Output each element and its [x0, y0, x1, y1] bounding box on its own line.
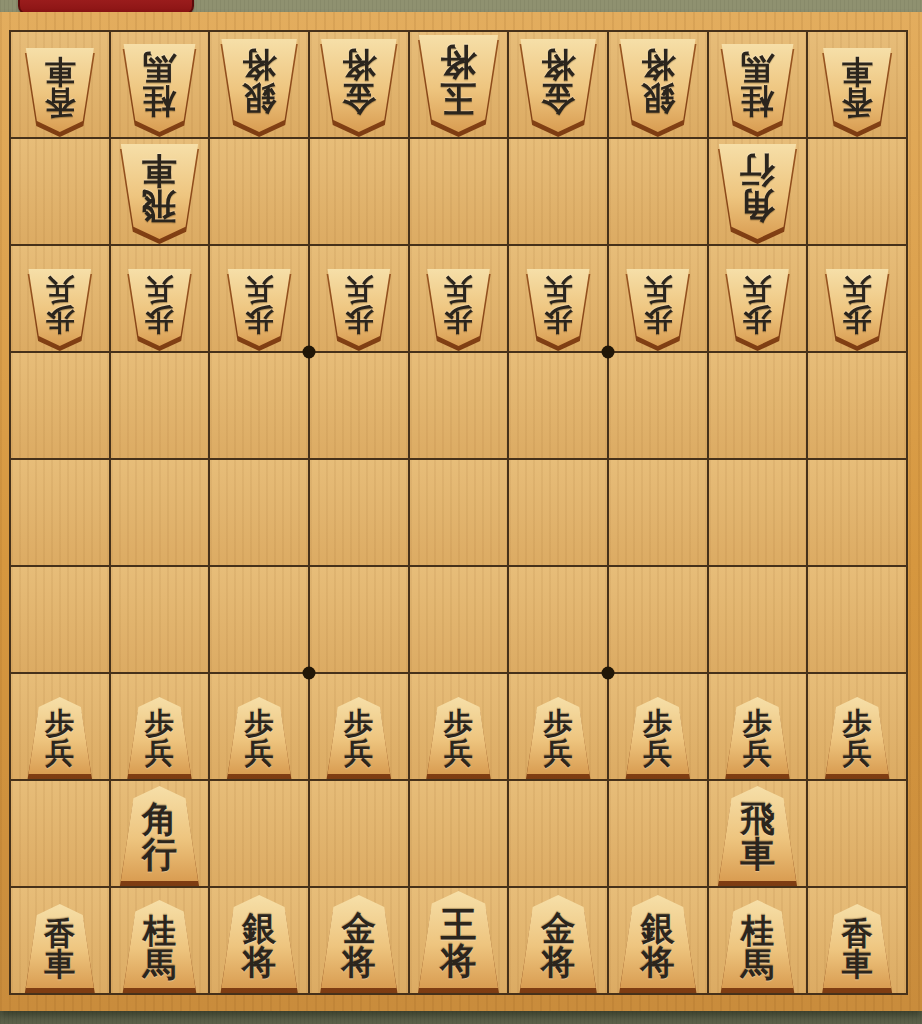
- board-cell[interactable]: [410, 460, 508, 565]
- board-cell[interactable]: 香車: [808, 32, 906, 137]
- board-cell[interactable]: [11, 460, 109, 565]
- board-cell[interactable]: [310, 139, 408, 244]
- piece-kanji: 歩兵: [524, 269, 592, 346]
- board-cell[interactable]: 銀将: [609, 32, 707, 137]
- shogi-piece[interactable]: 歩兵: [524, 697, 592, 774]
- board-cell[interactable]: 歩兵: [410, 674, 508, 779]
- board-cell[interactable]: [11, 567, 109, 672]
- board-cell[interactable]: [11, 139, 109, 244]
- board-cell[interactable]: [808, 460, 906, 565]
- shogi-piece[interactable]: 王将: [415, 891, 501, 988]
- shogi-piece[interactable]: 歩兵: [325, 697, 393, 774]
- shogi-piece[interactable]: 銀将: [617, 895, 699, 988]
- board-cell[interactable]: 角行: [111, 781, 209, 886]
- board-cell[interactable]: 歩兵: [111, 674, 209, 779]
- board-cell[interactable]: [210, 139, 308, 244]
- board-cell[interactable]: [808, 139, 906, 244]
- shogi-piece[interactable]: 歩兵: [723, 697, 791, 774]
- piece-kanji: 桂馬: [718, 900, 796, 988]
- shogi-board-grid: 香車桂馬銀将金将玉将金将銀将桂馬香車飛車角行歩兵歩兵歩兵歩兵歩兵歩兵歩兵歩兵歩兵…: [9, 30, 908, 995]
- board-cell[interactable]: [111, 567, 209, 672]
- board-cell[interactable]: [410, 781, 508, 886]
- board-cell[interactable]: [509, 139, 607, 244]
- board-cell[interactable]: 飛車: [111, 139, 209, 244]
- shogi-piece[interactable]: 角行: [117, 786, 201, 881]
- board-cell[interactable]: [509, 567, 607, 672]
- shogi-piece[interactable]: 香車: [820, 48, 894, 132]
- shogi-piece[interactable]: 桂馬: [718, 44, 796, 132]
- piece-kanji: 角行: [117, 786, 201, 881]
- board-cell[interactable]: [509, 781, 607, 886]
- board-cell[interactable]: [709, 567, 807, 672]
- board-cell[interactable]: [310, 460, 408, 565]
- star-point: [302, 667, 315, 680]
- board-cell[interactable]: [11, 353, 109, 458]
- board-cell[interactable]: 歩兵: [310, 674, 408, 779]
- board-cell[interactable]: [310, 567, 408, 672]
- piece-kanji: 飛車: [117, 144, 201, 239]
- board-cell[interactable]: 香車: [11, 888, 109, 993]
- board-cell[interactable]: [609, 781, 707, 886]
- shogi-piece[interactable]: 歩兵: [26, 269, 94, 346]
- shogi-piece[interactable]: 金将: [318, 39, 400, 132]
- shogi-piece[interactable]: 銀将: [218, 39, 300, 132]
- board-cell[interactable]: [210, 567, 308, 672]
- piece-kanji: 香車: [23, 48, 97, 132]
- shogi-piece[interactable]: 玉将: [415, 35, 501, 132]
- board-cell[interactable]: [111, 353, 209, 458]
- shogi-piece[interactable]: 歩兵: [823, 697, 891, 774]
- board-cell[interactable]: 歩兵: [609, 674, 707, 779]
- shogi-piece[interactable]: 歩兵: [125, 269, 193, 346]
- board-cell[interactable]: 歩兵: [709, 674, 807, 779]
- piece-kanji: 香車: [23, 904, 97, 988]
- star-point: [602, 345, 615, 358]
- piece-kanji: 歩兵: [26, 697, 94, 774]
- piece-kanji: 金将: [318, 895, 400, 988]
- shogi-piece[interactable]: 桂馬: [718, 900, 796, 988]
- shogi-piece[interactable]: 歩兵: [424, 697, 492, 774]
- board-cell[interactable]: [410, 139, 508, 244]
- piece-kanji: 歩兵: [325, 269, 393, 346]
- piece-kanji: 桂馬: [120, 900, 198, 988]
- shogi-piece[interactable]: 飛車: [715, 786, 799, 881]
- board-cell[interactable]: 玉将: [410, 32, 508, 137]
- piece-kanji: 歩兵: [823, 269, 891, 346]
- shogi-app-screen: 香車桂馬銀将金将玉将金将銀将桂馬香車飛車角行歩兵歩兵歩兵歩兵歩兵歩兵歩兵歩兵歩兵…: [0, 0, 922, 1024]
- star-point: [602, 667, 615, 680]
- board-cell[interactable]: 歩兵: [808, 246, 906, 351]
- shogi-piece[interactable]: 飛車: [117, 144, 201, 239]
- board-cell[interactable]: [609, 567, 707, 672]
- shogi-piece[interactable]: 桂馬: [120, 900, 198, 988]
- board-cell[interactable]: 歩兵: [111, 246, 209, 351]
- piece-kanji: 歩兵: [823, 697, 891, 774]
- board-cell[interactable]: [509, 460, 607, 565]
- piece-kanji: 歩兵: [424, 269, 492, 346]
- board-cell[interactable]: [808, 567, 906, 672]
- board-cell[interactable]: [210, 781, 308, 886]
- shogi-piece[interactable]: 桂馬: [120, 44, 198, 132]
- piece-kanji: 歩兵: [624, 697, 692, 774]
- board-cell[interactable]: [808, 781, 906, 886]
- board-cell[interactable]: 歩兵: [410, 246, 508, 351]
- board-cell[interactable]: 銀将: [210, 888, 308, 993]
- board-cell[interactable]: 桂馬: [111, 32, 209, 137]
- board-cell[interactable]: 歩兵: [609, 246, 707, 351]
- board-cell[interactable]: 歩兵: [509, 246, 607, 351]
- piece-kanji: 飛車: [715, 786, 799, 881]
- board-cell[interactable]: [509, 353, 607, 458]
- shogi-piece[interactable]: 歩兵: [723, 269, 791, 346]
- board-cell[interactable]: [709, 460, 807, 565]
- piece-kanji: 歩兵: [624, 269, 692, 346]
- board-cell[interactable]: 歩兵: [310, 246, 408, 351]
- shogi-piece[interactable]: 歩兵: [325, 269, 393, 346]
- board-cell[interactable]: [310, 781, 408, 886]
- board-cell[interactable]: 歩兵: [210, 246, 308, 351]
- piece-kanji: 歩兵: [524, 697, 592, 774]
- board-cell[interactable]: [210, 460, 308, 565]
- shogi-piece[interactable]: 歩兵: [624, 269, 692, 346]
- board-cell[interactable]: [808, 353, 906, 458]
- board-cell[interactable]: 銀将: [210, 32, 308, 137]
- piece-kanji: 王将: [415, 891, 501, 988]
- board-cell[interactable]: 歩兵: [808, 674, 906, 779]
- shogi-piece[interactable]: 歩兵: [424, 269, 492, 346]
- shogi-piece[interactable]: 香車: [23, 48, 97, 132]
- star-point: [302, 345, 315, 358]
- piece-kanji: 金将: [517, 895, 599, 988]
- board-cell[interactable]: [310, 353, 408, 458]
- board-cell[interactable]: [11, 781, 109, 886]
- shogi-piece[interactable]: 歩兵: [823, 269, 891, 346]
- board-cell[interactable]: 金将: [509, 32, 607, 137]
- board-cell[interactable]: 歩兵: [11, 674, 109, 779]
- board-cell[interactable]: 王将: [410, 888, 508, 993]
- piece-kanji: 桂馬: [718, 44, 796, 132]
- board-cell[interactable]: 桂馬: [111, 888, 209, 993]
- shogi-piece[interactable]: 歩兵: [524, 269, 592, 346]
- board-cell[interactable]: [210, 353, 308, 458]
- board-cell[interactable]: [609, 139, 707, 244]
- piece-kanji: 桂馬: [120, 44, 198, 132]
- piece-kanji: 歩兵: [225, 269, 293, 346]
- board-cell[interactable]: 角行: [709, 139, 807, 244]
- shogi-piece[interactable]: 香車: [23, 904, 97, 988]
- board-cell[interactable]: [111, 460, 209, 565]
- shogi-piece[interactable]: 金将: [517, 39, 599, 132]
- shogi-board: 香車桂馬銀将金将玉将金将銀将桂馬香車飛車角行歩兵歩兵歩兵歩兵歩兵歩兵歩兵歩兵歩兵…: [9, 30, 908, 995]
- piece-kanji: 銀将: [218, 39, 300, 132]
- shogi-piece[interactable]: 銀将: [617, 39, 699, 132]
- board-cell[interactable]: 香車: [11, 32, 109, 137]
- piece-kanji: 玉将: [415, 35, 501, 132]
- shogi-piece[interactable]: 銀将: [218, 895, 300, 988]
- piece-kanji: 香車: [820, 904, 894, 988]
- piece-kanji: 歩兵: [125, 697, 193, 774]
- board-cell[interactable]: 歩兵: [210, 674, 308, 779]
- board-cell[interactable]: 歩兵: [509, 674, 607, 779]
- piece-kanji: 歩兵: [723, 269, 791, 346]
- piece-kanji: 銀将: [218, 895, 300, 988]
- shogi-piece[interactable]: 歩兵: [125, 697, 193, 774]
- shogi-piece[interactable]: 歩兵: [225, 697, 293, 774]
- piece-kanji: 香車: [820, 48, 894, 132]
- board-cell[interactable]: 銀将: [609, 888, 707, 993]
- piece-kanji: 歩兵: [26, 269, 94, 346]
- board-cell[interactable]: 金将: [310, 888, 408, 993]
- shogi-piece[interactable]: 歩兵: [225, 269, 293, 346]
- piece-kanji: 歩兵: [125, 269, 193, 346]
- board-cell[interactable]: 歩兵: [709, 246, 807, 351]
- board-cell[interactable]: [609, 353, 707, 458]
- board-cell[interactable]: 桂馬: [709, 32, 807, 137]
- board-cell[interactable]: 香車: [808, 888, 906, 993]
- board-cell[interactable]: 桂馬: [709, 888, 807, 993]
- piece-kanji: 金将: [318, 39, 400, 132]
- board-cell[interactable]: [609, 460, 707, 565]
- board-cell[interactable]: [410, 353, 508, 458]
- piece-kanji: 銀将: [617, 895, 699, 988]
- shogi-piece[interactable]: 歩兵: [26, 697, 94, 774]
- shogi-piece[interactable]: 歩兵: [624, 697, 692, 774]
- piece-kanji: 歩兵: [325, 697, 393, 774]
- shogi-piece[interactable]: 金将: [318, 895, 400, 988]
- piece-kanji: 角行: [715, 144, 799, 239]
- board-cell[interactable]: [709, 353, 807, 458]
- board-cell[interactable]: [410, 567, 508, 672]
- piece-kanji: 歩兵: [225, 697, 293, 774]
- shogi-piece[interactable]: 角行: [715, 144, 799, 239]
- piece-kanji: 歩兵: [424, 697, 492, 774]
- piece-kanji: 歩兵: [723, 697, 791, 774]
- shogi-piece[interactable]: 金将: [517, 895, 599, 988]
- piece-kanji: 金将: [517, 39, 599, 132]
- board-cell[interactable]: 金将: [310, 32, 408, 137]
- shogi-piece[interactable]: 香車: [820, 904, 894, 988]
- piece-kanji: 銀将: [617, 39, 699, 132]
- board-cell[interactable]: 飛車: [709, 781, 807, 886]
- board-cell[interactable]: 歩兵: [11, 246, 109, 351]
- board-cell[interactable]: 金将: [509, 888, 607, 993]
